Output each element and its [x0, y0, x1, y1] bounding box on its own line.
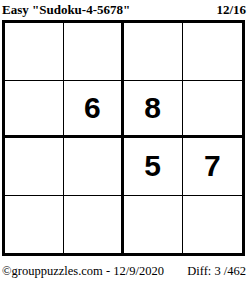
footer: ©grouppuzzles.com - 12/9/2020 Diff: 3 /4…	[2, 263, 246, 279]
cell-r3c2[interactable]	[64, 138, 123, 196]
header: Easy "Sudoku-4-5678" 12/16	[2, 1, 246, 18]
difficulty-text: Diff: 3 /462	[187, 264, 246, 279]
cell-r3c3[interactable]: 5	[124, 138, 183, 196]
cell-r3c4[interactable]: 7	[183, 138, 242, 196]
puzzle-page: Easy "Sudoku-4-5678" 12/16 6 8 5 7 ©grou…	[0, 0, 248, 282]
cell-r2c1[interactable]	[5, 81, 64, 139]
cell-r4c4[interactable]	[183, 196, 242, 254]
cell-r1c4[interactable]	[183, 23, 242, 81]
cell-r2c3[interactable]: 8	[124, 81, 183, 139]
cell-r4c3[interactable]	[124, 196, 183, 254]
sudoku-board: 6 8 5 7	[2, 20, 245, 256]
puzzle-title: Easy "Sudoku-4-5678"	[2, 2, 130, 18]
cell-r1c3[interactable]	[124, 23, 183, 81]
cell-r1c2[interactable]	[64, 23, 123, 81]
cell-r2c4[interactable]	[183, 81, 242, 139]
puzzle-number: 12/16	[216, 2, 246, 18]
copyright-text: ©grouppuzzles.com - 12/9/2020	[2, 264, 164, 279]
cell-r3c1[interactable]	[5, 138, 64, 196]
cell-r4c2[interactable]	[64, 196, 123, 254]
cell-r4c1[interactable]	[5, 196, 64, 254]
cell-r1c1[interactable]	[5, 23, 64, 81]
cell-r2c2[interactable]: 6	[64, 81, 123, 139]
